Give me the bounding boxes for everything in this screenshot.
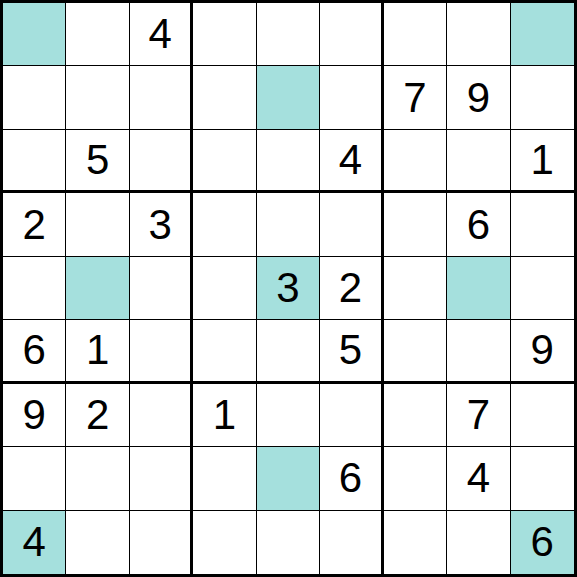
cell-r6c9[interactable]: 9 (511, 320, 574, 383)
cell-r9c5[interactable] (257, 511, 320, 574)
cell-r5c8[interactable] (447, 257, 510, 320)
cell-r3c3[interactable] (130, 130, 193, 193)
cell-r5c6[interactable]: 2 (320, 257, 383, 320)
cell-r1c5[interactable] (257, 3, 320, 66)
cell-r4c2[interactable] (66, 193, 129, 256)
cell-r7c7[interactable] (384, 384, 447, 447)
cell-r5c7[interactable] (384, 257, 447, 320)
cell-r4c8[interactable]: 6 (447, 193, 510, 256)
cell-r6c8[interactable] (447, 320, 510, 383)
cell-r1c4[interactable] (193, 3, 256, 66)
cell-r9c1[interactable]: 4 (3, 511, 66, 574)
cell-r8c6[interactable]: 6 (320, 447, 383, 510)
cell-r7c2[interactable]: 2 (66, 384, 129, 447)
cell-r3c8[interactable] (447, 130, 510, 193)
cell-r7c6[interactable] (320, 384, 383, 447)
cell-r9c7[interactable] (384, 511, 447, 574)
cell-r7c3[interactable] (130, 384, 193, 447)
cell-r1c7[interactable] (384, 3, 447, 66)
cell-r5c1[interactable] (3, 257, 66, 320)
cell-r1c1[interactable] (3, 3, 66, 66)
sudoku-board: 47954123632615992176446 (0, 0, 577, 577)
cell-r5c9[interactable] (511, 257, 574, 320)
cell-r6c2[interactable]: 1 (66, 320, 129, 383)
cell-r6c3[interactable] (130, 320, 193, 383)
cell-r6c5[interactable] (257, 320, 320, 383)
cell-r1c8[interactable] (447, 3, 510, 66)
cell-r3c4[interactable] (193, 130, 256, 193)
cell-r1c9[interactable] (511, 3, 574, 66)
cell-r4c4[interactable] (193, 193, 256, 256)
cell-r2c2[interactable] (66, 66, 129, 129)
cell-r3c5[interactable] (257, 130, 320, 193)
cell-r8c5[interactable] (257, 447, 320, 510)
cell-r4c3[interactable]: 3 (130, 193, 193, 256)
cell-r5c4[interactable] (193, 257, 256, 320)
cell-r2c5[interactable] (257, 66, 320, 129)
cell-r9c6[interactable] (320, 511, 383, 574)
cell-r5c2[interactable] (66, 257, 129, 320)
cell-r8c8[interactable]: 4 (447, 447, 510, 510)
cell-r1c6[interactable] (320, 3, 383, 66)
cell-r6c6[interactable]: 5 (320, 320, 383, 383)
cell-r9c2[interactable] (66, 511, 129, 574)
cell-r9c8[interactable] (447, 511, 510, 574)
cell-r4c7[interactable] (384, 193, 447, 256)
cell-r5c5[interactable]: 3 (257, 257, 320, 320)
cell-r4c9[interactable] (511, 193, 574, 256)
cell-r7c5[interactable] (257, 384, 320, 447)
cell-r4c6[interactable] (320, 193, 383, 256)
cell-r6c1[interactable]: 6 (3, 320, 66, 383)
cell-r2c9[interactable] (511, 66, 574, 129)
cell-r3c2[interactable]: 5 (66, 130, 129, 193)
cell-r1c2[interactable] (66, 3, 129, 66)
cell-r8c2[interactable] (66, 447, 129, 510)
cell-r3c7[interactable] (384, 130, 447, 193)
cell-r1c3[interactable]: 4 (130, 3, 193, 66)
cell-r2c3[interactable] (130, 66, 193, 129)
cell-r8c9[interactable] (511, 447, 574, 510)
cell-r2c6[interactable] (320, 66, 383, 129)
cell-r4c1[interactable]: 2 (3, 193, 66, 256)
cell-r8c7[interactable] (384, 447, 447, 510)
cell-r7c8[interactable]: 7 (447, 384, 510, 447)
cell-r9c4[interactable] (193, 511, 256, 574)
cell-r8c4[interactable] (193, 447, 256, 510)
cell-r7c1[interactable]: 9 (3, 384, 66, 447)
cell-r3c9[interactable]: 1 (511, 130, 574, 193)
cell-r9c9[interactable]: 6 (511, 511, 574, 574)
cell-r2c7[interactable]: 7 (384, 66, 447, 129)
cell-r4c5[interactable] (257, 193, 320, 256)
cell-r2c1[interactable] (3, 66, 66, 129)
cell-r3c6[interactable]: 4 (320, 130, 383, 193)
cell-r8c3[interactable] (130, 447, 193, 510)
cell-r7c9[interactable] (511, 384, 574, 447)
cell-r2c8[interactable]: 9 (447, 66, 510, 129)
cell-r9c3[interactable] (130, 511, 193, 574)
cell-r8c1[interactable] (3, 447, 66, 510)
cell-r6c7[interactable] (384, 320, 447, 383)
cell-r3c1[interactable] (3, 130, 66, 193)
cell-r6c4[interactable] (193, 320, 256, 383)
cell-r5c3[interactable] (130, 257, 193, 320)
cell-r2c4[interactable] (193, 66, 256, 129)
cell-r7c4[interactable]: 1 (193, 384, 256, 447)
